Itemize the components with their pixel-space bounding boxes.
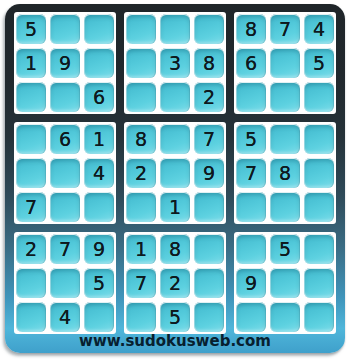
- sudoku-cell-r2c4[interactable]: [126, 48, 156, 78]
- sudoku-box-7: 27954: [14, 232, 116, 334]
- sudoku-box-5: 87291: [124, 122, 226, 224]
- sudoku-cell-r2c8[interactable]: [270, 48, 300, 78]
- sudoku-cell-r5c7[interactable]: 7: [236, 158, 266, 188]
- sudoku-cell-r3c1[interactable]: [16, 82, 46, 112]
- sudoku-cell-r7c1[interactable]: 2: [16, 234, 46, 264]
- sudoku-cell-r6c1[interactable]: 7: [16, 192, 46, 222]
- sudoku-cell-r3c8[interactable]: [270, 82, 300, 112]
- sudoku-cell-r3c4[interactable]: [126, 82, 156, 112]
- sudoku-cell-r7c5[interactable]: 8: [160, 234, 190, 264]
- sudoku-cell-r2c1[interactable]: 1: [16, 48, 46, 78]
- sudoku-cell-r6c8[interactable]: [270, 192, 300, 222]
- sudoku-cell-r3c6[interactable]: 2: [194, 82, 224, 112]
- sudoku-cell-r4c8[interactable]: [270, 124, 300, 154]
- sudoku-box-1: 5196: [14, 12, 116, 114]
- sudoku-cell-r8c3[interactable]: 5: [84, 268, 114, 298]
- sudoku-cell-r6c3[interactable]: [84, 192, 114, 222]
- sudoku-cell-r6c7[interactable]: [236, 192, 266, 222]
- sudoku-cell-r5c4[interactable]: 2: [126, 158, 156, 188]
- board-frame: 519638287465614787291578279541872559 www…: [5, 4, 345, 353]
- sudoku-cell-r1c9[interactable]: 4: [304, 14, 334, 44]
- sudoku-cell-r4c7[interactable]: 5: [236, 124, 266, 154]
- sudoku-board: 519638287465614787291578279541872559: [14, 12, 336, 334]
- sudoku-cell-r2c7[interactable]: 6: [236, 48, 266, 78]
- sudoku-box-8: 18725: [124, 232, 226, 334]
- sudoku-cell-r8c4[interactable]: 7: [126, 268, 156, 298]
- sudoku-cell-r2c2[interactable]: 9: [50, 48, 80, 78]
- sudoku-cell-r1c8[interactable]: 7: [270, 14, 300, 44]
- sudoku-cell-r7c6[interactable]: [194, 234, 224, 264]
- sudoku-cell-r6c9[interactable]: [304, 192, 334, 222]
- sudoku-cell-r1c4[interactable]: [126, 14, 156, 44]
- sudoku-cell-r7c3[interactable]: 9: [84, 234, 114, 264]
- sudoku-cell-r2c5[interactable]: 3: [160, 48, 190, 78]
- sudoku-cell-r7c2[interactable]: 7: [50, 234, 80, 264]
- sudoku-cell-r6c6[interactable]: [194, 192, 224, 222]
- sudoku-cell-r1c7[interactable]: 8: [236, 14, 266, 44]
- sudoku-cell-r3c3[interactable]: 6: [84, 82, 114, 112]
- sudoku-cell-r7c7[interactable]: [236, 234, 266, 264]
- sudoku-cell-r1c6[interactable]: [194, 14, 224, 44]
- footer-bar: www.sudokusweb.com: [5, 329, 345, 353]
- sudoku-cell-r7c9[interactable]: [304, 234, 334, 264]
- sudoku-cell-r5c8[interactable]: 8: [270, 158, 300, 188]
- sudoku-box-3: 87465: [234, 12, 336, 114]
- sudoku-cell-r5c3[interactable]: 4: [84, 158, 114, 188]
- sudoku-widget: 519638287465614787291578279541872559 www…: [0, 0, 350, 360]
- sudoku-cell-r5c2[interactable]: [50, 158, 80, 188]
- sudoku-cell-r9c8[interactable]: [270, 302, 300, 332]
- sudoku-cell-r7c4[interactable]: 1: [126, 234, 156, 264]
- sudoku-cell-r4c5[interactable]: [160, 124, 190, 154]
- sudoku-box-9: 59: [234, 232, 336, 334]
- sudoku-cell-r4c4[interactable]: 8: [126, 124, 156, 154]
- sudoku-cell-r7c8[interactable]: 5: [270, 234, 300, 264]
- sudoku-cell-r4c1[interactable]: [16, 124, 46, 154]
- sudoku-cell-r3c5[interactable]: [160, 82, 190, 112]
- sudoku-cell-r4c2[interactable]: 6: [50, 124, 80, 154]
- sudoku-cell-r9c2[interactable]: 4: [50, 302, 80, 332]
- sudoku-cell-r1c5[interactable]: [160, 14, 190, 44]
- sudoku-box-2: 382: [124, 12, 226, 114]
- sudoku-cell-r8c2[interactable]: [50, 268, 80, 298]
- sudoku-cell-r2c6[interactable]: 8: [194, 48, 224, 78]
- sudoku-cell-r5c6[interactable]: 9: [194, 158, 224, 188]
- sudoku-cell-r3c7[interactable]: [236, 82, 266, 112]
- sudoku-cell-r8c5[interactable]: 2: [160, 268, 190, 298]
- sudoku-cell-r1c1[interactable]: 5: [16, 14, 46, 44]
- sudoku-cell-r8c6[interactable]: [194, 268, 224, 298]
- sudoku-cell-r2c3[interactable]: [84, 48, 114, 78]
- sudoku-box-4: 6147: [14, 122, 116, 224]
- website-link[interactable]: www.sudokusweb.com: [79, 332, 271, 350]
- sudoku-cell-r8c8[interactable]: [270, 268, 300, 298]
- sudoku-cell-r6c2[interactable]: [50, 192, 80, 222]
- sudoku-cell-r5c5[interactable]: [160, 158, 190, 188]
- sudoku-cell-r9c4[interactable]: [126, 302, 156, 332]
- sudoku-cell-r8c1[interactable]: [16, 268, 46, 298]
- sudoku-cell-r9c9[interactable]: [304, 302, 334, 332]
- sudoku-cell-r8c9[interactable]: [304, 268, 334, 298]
- sudoku-cell-r6c4[interactable]: [126, 192, 156, 222]
- sudoku-cell-r9c6[interactable]: [194, 302, 224, 332]
- sudoku-cell-r4c9[interactable]: [304, 124, 334, 154]
- sudoku-cell-r2c9[interactable]: 5: [304, 48, 334, 78]
- sudoku-cell-r5c1[interactable]: [16, 158, 46, 188]
- sudoku-cell-r3c9[interactable]: [304, 82, 334, 112]
- sudoku-cell-r9c5[interactable]: 5: [160, 302, 190, 332]
- sudoku-cell-r5c9[interactable]: [304, 158, 334, 188]
- sudoku-box-6: 578: [234, 122, 336, 224]
- sudoku-cell-r6c5[interactable]: 1: [160, 192, 190, 222]
- sudoku-cell-r1c3[interactable]: [84, 14, 114, 44]
- sudoku-cell-r9c7[interactable]: [236, 302, 266, 332]
- sudoku-cell-r9c1[interactable]: [16, 302, 46, 332]
- sudoku-cell-r1c2[interactable]: [50, 14, 80, 44]
- sudoku-cell-r8c7[interactable]: 9: [236, 268, 266, 298]
- sudoku-cell-r3c2[interactable]: [50, 82, 80, 112]
- sudoku-cell-r4c3[interactable]: 1: [84, 124, 114, 154]
- sudoku-cell-r4c6[interactable]: 7: [194, 124, 224, 154]
- sudoku-cell-r9c3[interactable]: [84, 302, 114, 332]
